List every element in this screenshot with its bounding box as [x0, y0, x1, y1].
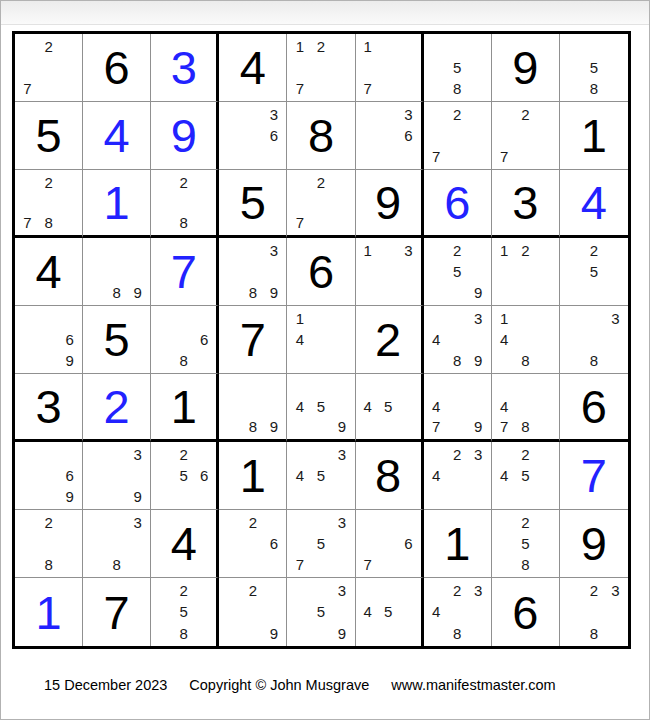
- candidate-empty: [221, 533, 242, 554]
- candidate-empty: [515, 261, 536, 282]
- candidate-empty: [106, 261, 127, 282]
- cell-r1c7[interactable]: 58: [424, 34, 492, 102]
- cell-r2c1[interactable]: 5: [15, 102, 83, 170]
- candidate-empty: [332, 78, 353, 99]
- candidate-7: 7: [426, 146, 447, 167]
- candidate-empty: [447, 486, 468, 507]
- candidate-empty: [494, 261, 515, 282]
- cell-r2c5[interactable]: 8: [287, 102, 355, 170]
- candidate-empty: [332, 486, 353, 507]
- candidate-empty: [289, 417, 310, 437]
- candidate-7: 7: [494, 146, 515, 167]
- cell-value-given: 6: [512, 589, 538, 636]
- candidate-empty: [398, 554, 418, 575]
- candidate-empty: [447, 329, 468, 350]
- cell-value-given: 2: [375, 316, 401, 363]
- candidate-2: 2: [515, 444, 536, 465]
- cell-r1c6[interactable]: 17: [356, 34, 424, 102]
- candidate-empty: [536, 240, 557, 261]
- cell-r9c3[interactable]: 258: [151, 578, 219, 646]
- candidate-3: 3: [468, 580, 489, 601]
- cell-r3c3[interactable]: 28: [151, 170, 219, 238]
- cell-r2c3[interactable]: 9: [151, 102, 219, 170]
- page: 2763412717589585493683627271278128527963…: [0, 0, 650, 720]
- cell-r9c1[interactable]: 1: [15, 578, 83, 646]
- candidate-empty: [398, 396, 418, 416]
- candidate-5: 5: [583, 261, 604, 282]
- cell-r4c9[interactable]: 25: [560, 238, 628, 306]
- candidate-empty: [310, 623, 331, 644]
- candidate-empty: [194, 486, 214, 507]
- candidate-empty: [426, 78, 447, 99]
- cell-r5c5[interactable]: 14: [287, 306, 355, 374]
- cell-r7c7[interactable]: 234: [424, 442, 492, 510]
- candidate-empty: [38, 444, 59, 465]
- candidate-empty: [153, 623, 173, 644]
- candidate-8: 8: [38, 554, 59, 575]
- candidate-empty: [59, 36, 80, 57]
- candidate-9: 9: [468, 350, 489, 371]
- candidate-2: 2: [515, 512, 536, 533]
- candidate-empty: [153, 601, 173, 622]
- candidates-grid: 45: [358, 580, 419, 644]
- cell-r9c4[interactable]: 29: [219, 578, 287, 646]
- candidates-grid: 258: [494, 512, 557, 575]
- candidates-grid: 127: [289, 36, 352, 99]
- cell-r7c9[interactable]: 7: [560, 442, 628, 510]
- candidate-empty: [153, 308, 173, 329]
- candidates-grid: 27: [17, 36, 80, 99]
- candidate-empty: [263, 376, 284, 396]
- candidate-empty: [221, 554, 242, 575]
- candidate-empty: [398, 261, 418, 282]
- candidate-empty: [263, 554, 284, 575]
- cell-r6c3[interactable]: 1: [151, 374, 219, 442]
- candidates-grid: 89: [85, 240, 148, 303]
- candidate-empty: [332, 308, 353, 329]
- cell-r6c7[interactable]: 479: [424, 374, 492, 442]
- candidate-empty: [447, 282, 468, 303]
- cell-r6c8[interactable]: 478: [492, 374, 560, 442]
- cell-r1c5[interactable]: 127: [287, 34, 355, 102]
- cell-r5c2[interactable]: 5: [83, 306, 151, 374]
- candidates-grid: 36: [358, 104, 419, 167]
- candidates-grid: 39: [85, 444, 148, 507]
- candidate-empty: [447, 396, 468, 416]
- candidate-4: 4: [358, 396, 378, 416]
- cell-r1c4[interactable]: 4: [219, 34, 287, 102]
- cell-r9c6[interactable]: 45: [356, 578, 424, 646]
- candidate-empty: [38, 78, 59, 99]
- candidate-empty: [85, 444, 106, 465]
- candidate-7: 7: [289, 78, 310, 99]
- cell-r7c4[interactable]: 1: [219, 442, 287, 510]
- cell-value-solved: 9: [171, 112, 197, 159]
- candidate-2: 2: [38, 512, 59, 533]
- candidate-5: 5: [310, 465, 331, 486]
- candidate-8: 8: [515, 350, 536, 371]
- candidates-grid: 17: [358, 36, 419, 99]
- candidate-empty: [515, 308, 536, 329]
- cell-value-solved: 7: [171, 248, 197, 295]
- candidate-5: 5: [378, 601, 398, 622]
- cell-r3c2[interactable]: 1: [83, 170, 151, 238]
- candidate-empty: [153, 444, 173, 465]
- candidate-empty: [38, 533, 59, 554]
- candidate-5: 5: [378, 396, 398, 416]
- candidate-empty: [398, 146, 418, 167]
- cell-value-given: 3: [512, 179, 538, 226]
- candidate-empty: [17, 36, 38, 57]
- cell-r5c7[interactable]: 3489: [424, 306, 492, 374]
- candidate-empty: [358, 580, 378, 601]
- cell-r5c6[interactable]: 2: [356, 306, 424, 374]
- candidate-1: 1: [494, 308, 515, 329]
- candidate-7: 7: [289, 213, 310, 233]
- candidate-empty: [583, 601, 604, 622]
- candidate-empty: [263, 580, 284, 601]
- cell-r5c4[interactable]: 7: [219, 306, 287, 374]
- cell-r5c3[interactable]: 68: [151, 306, 219, 374]
- candidate-9: 9: [59, 486, 80, 507]
- candidate-empty: [562, 78, 583, 99]
- candidate-empty: [332, 57, 353, 78]
- cell-value-solved: 6: [444, 179, 470, 226]
- candidate-8: 8: [447, 78, 468, 99]
- candidates-grid: 67: [358, 512, 419, 575]
- candidate-empty: [242, 533, 263, 554]
- candidate-empty: [378, 240, 398, 261]
- candidates-grid: 359: [289, 580, 352, 644]
- candidates-grid: 2348: [426, 580, 489, 644]
- candidate-3: 3: [605, 308, 626, 329]
- candidates-grid: 459: [289, 376, 352, 437]
- candidates-grid: 69: [17, 308, 80, 371]
- candidate-empty: [358, 57, 378, 78]
- cell-r2c4[interactable]: 36: [219, 102, 287, 170]
- candidate-empty: [494, 350, 515, 371]
- cell-r8c7[interactable]: 1: [424, 510, 492, 578]
- candidate-empty: [106, 486, 127, 507]
- cell-r4c6[interactable]: 13: [356, 238, 424, 306]
- candidate-empty: [59, 308, 80, 329]
- cell-r6c2[interactable]: 2: [83, 374, 151, 442]
- candidate-empty: [468, 623, 489, 644]
- cell-r5c1[interactable]: 69: [15, 306, 83, 374]
- candidate-empty: [358, 417, 378, 437]
- candidate-empty: [358, 512, 378, 533]
- candidate-empty: [562, 261, 583, 282]
- cell-r7c6[interactable]: 8: [356, 442, 424, 510]
- candidate-empty: [398, 282, 418, 303]
- cell-r3c8[interactable]: 3: [492, 170, 560, 238]
- candidate-empty: [468, 601, 489, 622]
- candidate-empty: [85, 533, 106, 554]
- candidate-empty: [332, 396, 353, 416]
- candidate-2: 2: [242, 580, 263, 601]
- candidate-empty: [127, 261, 148, 282]
- cell-r7c5[interactable]: 345: [287, 442, 355, 510]
- candidate-7: 7: [358, 78, 378, 99]
- cell-r7c3[interactable]: 256: [151, 442, 219, 510]
- candidate-empty: [310, 554, 331, 575]
- candidate-empty: [605, 57, 626, 78]
- candidate-empty: [17, 486, 38, 507]
- candidate-empty: [263, 601, 284, 622]
- candidate-empty: [194, 580, 214, 601]
- cell-r2c8[interactable]: 27: [492, 102, 560, 170]
- cell-r1c2[interactable]: 6: [83, 34, 151, 102]
- cell-r4c7[interactable]: 259: [424, 238, 492, 306]
- candidate-empty: [153, 172, 173, 192]
- candidate-8: 8: [583, 623, 604, 644]
- candidate-5: 5: [447, 57, 468, 78]
- candidate-1: 1: [358, 240, 378, 261]
- cell-r6c1[interactable]: 3: [15, 374, 83, 442]
- candidate-3: 3: [605, 580, 626, 601]
- candidate-empty: [378, 146, 398, 167]
- candidate-empty: [426, 486, 447, 507]
- cell-value-given: 6: [104, 44, 130, 91]
- cell-r2c2[interactable]: 4: [83, 102, 151, 170]
- candidate-9: 9: [332, 417, 353, 437]
- cell-r9c8[interactable]: 6: [492, 578, 560, 646]
- candidate-empty: [242, 554, 263, 575]
- candidate-empty: [447, 308, 468, 329]
- candidate-empty: [536, 465, 557, 486]
- candidate-empty: [332, 465, 353, 486]
- candidate-5: 5: [515, 465, 536, 486]
- candidates-grid: 13: [358, 240, 419, 303]
- candidate-empty: [605, 240, 626, 261]
- candidate-empty: [378, 78, 398, 99]
- candidate-3: 3: [263, 104, 284, 125]
- cell-r8c5[interactable]: 357: [287, 510, 355, 578]
- cell-r6c9[interactable]: 6: [560, 374, 628, 442]
- candidate-empty: [358, 125, 378, 146]
- candidate-empty: [310, 213, 331, 233]
- candidate-empty: [536, 104, 557, 125]
- candidate-empty: [562, 329, 583, 350]
- cell-r5c9[interactable]: 38: [560, 306, 628, 374]
- candidate-empty: [310, 512, 331, 533]
- candidate-empty: [263, 261, 284, 282]
- candidates-grid: 12: [494, 240, 557, 303]
- cell-r8c3[interactable]: 4: [151, 510, 219, 578]
- candidate-empty: [494, 554, 515, 575]
- candidate-2: 2: [310, 172, 331, 192]
- candidate-empty: [153, 329, 173, 350]
- candidate-empty: [59, 78, 80, 99]
- candidates-grid: 278: [17, 172, 80, 233]
- cell-r4c4[interactable]: 389: [219, 238, 287, 306]
- candidate-empty: [426, 308, 447, 329]
- candidate-empty: [536, 350, 557, 371]
- candidate-empty: [398, 78, 418, 99]
- cell-r4c5[interactable]: 6: [287, 238, 355, 306]
- cell-r1c3[interactable]: 3: [151, 34, 219, 102]
- candidate-empty: [447, 146, 468, 167]
- candidate-empty: [153, 580, 173, 601]
- candidate-8: 8: [174, 623, 194, 644]
- candidates-grid: 148: [494, 308, 557, 371]
- cell-r8c2[interactable]: 38: [83, 510, 151, 578]
- cell-r4c2[interactable]: 89: [83, 238, 151, 306]
- cell-r7c1[interactable]: 69: [15, 442, 83, 510]
- cell-r9c2[interactable]: 7: [83, 578, 151, 646]
- cell-r1c8[interactable]: 9: [492, 34, 560, 102]
- candidate-empty: [289, 376, 310, 396]
- candidate-4: 4: [426, 329, 447, 350]
- cell-value-given: 5: [104, 316, 130, 363]
- candidate-empty: [605, 329, 626, 350]
- candidate-empty: [358, 376, 378, 396]
- candidate-empty: [583, 282, 604, 303]
- candidate-empty: [106, 533, 127, 554]
- candidate-empty: [194, 308, 214, 329]
- candidate-empty: [242, 146, 263, 167]
- cell-r2c7[interactable]: 27: [424, 102, 492, 170]
- candidate-empty: [221, 240, 242, 261]
- candidate-empty: [398, 601, 418, 622]
- candidate-2: 2: [310, 36, 331, 57]
- cell-r3c4[interactable]: 5: [219, 170, 287, 238]
- cell-r8c6[interactable]: 67: [356, 510, 424, 578]
- candidate-empty: [85, 240, 106, 261]
- candidate-empty: [263, 512, 284, 533]
- candidate-empty: [38, 465, 59, 486]
- cell-value-given: 1: [240, 452, 266, 499]
- candidate-empty: [194, 601, 214, 622]
- candidate-empty: [38, 308, 59, 329]
- cell-r9c7[interactable]: 2348: [424, 578, 492, 646]
- candidate-empty: [17, 192, 38, 212]
- candidate-empty: [378, 580, 398, 601]
- candidate-empty: [289, 444, 310, 465]
- cell-r8c9[interactable]: 9: [560, 510, 628, 578]
- candidate-empty: [38, 57, 59, 78]
- candidate-empty: [174, 308, 194, 329]
- candidate-empty: [194, 623, 214, 644]
- candidate-empty: [468, 57, 489, 78]
- candidate-6: 6: [398, 125, 418, 146]
- candidate-empty: [127, 554, 148, 575]
- cell-r5c8[interactable]: 148: [492, 306, 560, 374]
- cell-r6c5[interactable]: 459: [287, 374, 355, 442]
- candidate-4: 4: [289, 465, 310, 486]
- candidates-grid: 479: [426, 376, 489, 437]
- candidate-empty: [85, 512, 106, 533]
- cell-value-given: 4: [171, 520, 197, 567]
- candidate-empty: [38, 486, 59, 507]
- candidate-empty: [562, 580, 583, 601]
- cell-value-given: 6: [308, 248, 334, 295]
- candidate-3: 3: [398, 104, 418, 125]
- cell-r2c6[interactable]: 36: [356, 102, 424, 170]
- candidate-2: 2: [583, 240, 604, 261]
- candidate-empty: [242, 240, 263, 261]
- cell-r8c8[interactable]: 258: [492, 510, 560, 578]
- cell-r7c8[interactable]: 245: [492, 442, 560, 510]
- candidate-9: 9: [468, 282, 489, 303]
- candidate-empty: [310, 417, 331, 437]
- candidate-empty: [289, 192, 310, 212]
- cell-r4c8[interactable]: 12: [492, 238, 560, 306]
- candidate-empty: [426, 580, 447, 601]
- candidates-grid: 478: [494, 376, 557, 437]
- cell-r6c4[interactable]: 89: [219, 374, 287, 442]
- candidate-empty: [194, 192, 214, 212]
- candidates-grid: 245: [494, 444, 557, 507]
- candidate-empty: [605, 261, 626, 282]
- candidate-empty: [310, 580, 331, 601]
- cell-value-given: 6: [581, 383, 607, 430]
- candidates-grid: 89: [221, 376, 284, 437]
- candidate-9: 9: [263, 417, 284, 437]
- cell-r9c5[interactable]: 359: [287, 578, 355, 646]
- candidate-empty: [59, 444, 80, 465]
- cell-r9c9[interactable]: 238: [560, 578, 628, 646]
- cell-r6c6[interactable]: 45: [356, 374, 424, 442]
- candidate-8: 8: [447, 350, 468, 371]
- candidate-empty: [515, 146, 536, 167]
- candidate-7: 7: [289, 554, 310, 575]
- cell-r2c9[interactable]: 1: [560, 102, 628, 170]
- cell-r3c6[interactable]: 9: [356, 170, 424, 238]
- cell-r3c7[interactable]: 6: [424, 170, 492, 238]
- cell-value-given: 4: [35, 248, 61, 295]
- candidate-8: 8: [106, 282, 127, 303]
- candidate-empty: [106, 444, 127, 465]
- candidate-empty: [536, 444, 557, 465]
- candidate-empty: [289, 533, 310, 554]
- cell-r8c4[interactable]: 26: [219, 510, 287, 578]
- cell-value-given: 5: [240, 179, 266, 226]
- candidate-empty: [85, 554, 106, 575]
- cell-r3c1[interactable]: 278: [15, 170, 83, 238]
- cell-r4c3[interactable]: 7: [151, 238, 219, 306]
- candidate-empty: [605, 623, 626, 644]
- candidate-4: 4: [426, 465, 447, 486]
- cell-r4c1[interactable]: 4: [15, 238, 83, 306]
- candidate-empty: [447, 125, 468, 146]
- candidate-empty: [426, 36, 447, 57]
- candidates-grid: 69: [17, 444, 80, 507]
- candidate-empty: [605, 601, 626, 622]
- candidate-empty: [17, 57, 38, 78]
- cell-r8c1[interactable]: 28: [15, 510, 83, 578]
- cell-r3c9[interactable]: 4: [560, 170, 628, 238]
- footer: 15 December 2023 Copyright © John Musgra…: [44, 675, 556, 695]
- candidate-empty: [59, 554, 80, 575]
- candidate-1: 1: [358, 36, 378, 57]
- candidate-8: 8: [583, 350, 604, 371]
- candidate-empty: [468, 486, 489, 507]
- candidate-empty: [378, 417, 398, 437]
- candidate-empty: [332, 329, 353, 350]
- cell-r1c1[interactable]: 27: [15, 34, 83, 102]
- cell-r7c2[interactable]: 39: [83, 442, 151, 510]
- candidate-empty: [426, 282, 447, 303]
- cell-r3c5[interactable]: 27: [287, 170, 355, 238]
- candidate-empty: [426, 57, 447, 78]
- candidate-empty: [515, 376, 536, 396]
- cell-value-given: 8: [375, 452, 401, 499]
- candidate-empty: [17, 465, 38, 486]
- cell-r1c9[interactable]: 58: [560, 34, 628, 102]
- candidate-empty: [289, 57, 310, 78]
- candidate-empty: [468, 78, 489, 99]
